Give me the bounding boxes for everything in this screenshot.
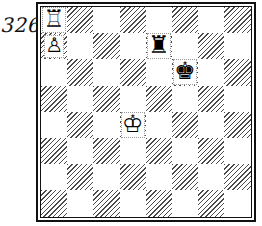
square-e5 bbox=[146, 86, 172, 112]
square-h6 bbox=[224, 59, 250, 85]
square-g4 bbox=[198, 112, 224, 138]
square-d2 bbox=[120, 164, 146, 190]
white-rook-icon: ♖ bbox=[43, 7, 65, 31]
square-f7 bbox=[172, 33, 198, 59]
square-f4 bbox=[172, 112, 198, 138]
square-c5 bbox=[93, 86, 119, 112]
chess-board: ♖♙♜♚♔ bbox=[40, 6, 252, 218]
square-f6: ♚ bbox=[172, 59, 198, 85]
square-d8 bbox=[120, 7, 146, 33]
diagram-number-label: 326 bbox=[0, 15, 40, 35]
square-b1 bbox=[67, 190, 93, 216]
square-g1 bbox=[198, 190, 224, 216]
square-f5 bbox=[172, 86, 198, 112]
square-a6 bbox=[41, 59, 67, 85]
square-a7: ♙ bbox=[41, 33, 67, 59]
square-c4 bbox=[93, 112, 119, 138]
square-f8 bbox=[172, 7, 198, 33]
square-b4 bbox=[67, 112, 93, 138]
square-c3 bbox=[93, 138, 119, 164]
square-d5 bbox=[120, 86, 146, 112]
square-g5 bbox=[198, 86, 224, 112]
square-e6 bbox=[146, 59, 172, 85]
square-e4 bbox=[146, 112, 172, 138]
square-f3 bbox=[172, 138, 198, 164]
white-pawn-icon: ♙ bbox=[45, 35, 63, 55]
white-king-icon: ♔ bbox=[122, 112, 144, 136]
square-c2 bbox=[93, 164, 119, 190]
board-grid: ♖♙♜♚♔ bbox=[41, 7, 251, 217]
square-e1 bbox=[146, 190, 172, 216]
square-f2 bbox=[172, 164, 198, 190]
white-rook-a8: ♖ bbox=[42, 7, 66, 33]
square-a1 bbox=[41, 190, 67, 216]
square-g2 bbox=[198, 164, 224, 190]
square-h8 bbox=[224, 7, 250, 33]
black-rook-icon: ♜ bbox=[148, 33, 170, 57]
square-d1 bbox=[120, 190, 146, 216]
square-g7 bbox=[198, 33, 224, 59]
square-h4 bbox=[224, 112, 250, 138]
square-b7 bbox=[67, 33, 93, 59]
square-a8: ♖ bbox=[41, 7, 67, 33]
square-b5 bbox=[67, 86, 93, 112]
square-c1 bbox=[93, 190, 119, 216]
square-b8 bbox=[67, 7, 93, 33]
square-a4 bbox=[41, 112, 67, 138]
square-a2 bbox=[41, 164, 67, 190]
square-c8 bbox=[93, 7, 119, 33]
square-a5 bbox=[41, 86, 67, 112]
white-pawn-a7: ♙ bbox=[44, 35, 64, 58]
square-h2 bbox=[224, 164, 250, 190]
black-rook-e7: ♜ bbox=[147, 33, 171, 59]
square-d6 bbox=[120, 59, 146, 85]
square-g6 bbox=[198, 59, 224, 85]
book-page: 326 ♖♙♜♚♔ bbox=[0, 0, 262, 226]
square-h3 bbox=[224, 138, 250, 164]
chess-board-frame: ♖♙♜♚♔ bbox=[36, 2, 256, 222]
square-c7 bbox=[93, 33, 119, 59]
square-h1 bbox=[224, 190, 250, 216]
square-b3 bbox=[67, 138, 93, 164]
white-king-d4: ♔ bbox=[121, 112, 145, 138]
square-d7 bbox=[120, 33, 146, 59]
square-d4: ♔ bbox=[120, 112, 146, 138]
square-c6 bbox=[93, 59, 119, 85]
square-e2 bbox=[146, 164, 172, 190]
square-h7 bbox=[224, 33, 250, 59]
black-king-icon: ♚ bbox=[174, 59, 196, 83]
square-e3 bbox=[146, 138, 172, 164]
square-b2 bbox=[67, 164, 93, 190]
square-g3 bbox=[198, 138, 224, 164]
square-f1 bbox=[172, 190, 198, 216]
square-h5 bbox=[224, 86, 250, 112]
square-a3 bbox=[41, 138, 67, 164]
square-d3 bbox=[120, 138, 146, 164]
square-e7: ♜ bbox=[146, 33, 172, 59]
square-g8 bbox=[198, 7, 224, 33]
black-king-f6: ♚ bbox=[173, 59, 197, 85]
square-b6 bbox=[67, 59, 93, 85]
square-e8 bbox=[146, 7, 172, 33]
